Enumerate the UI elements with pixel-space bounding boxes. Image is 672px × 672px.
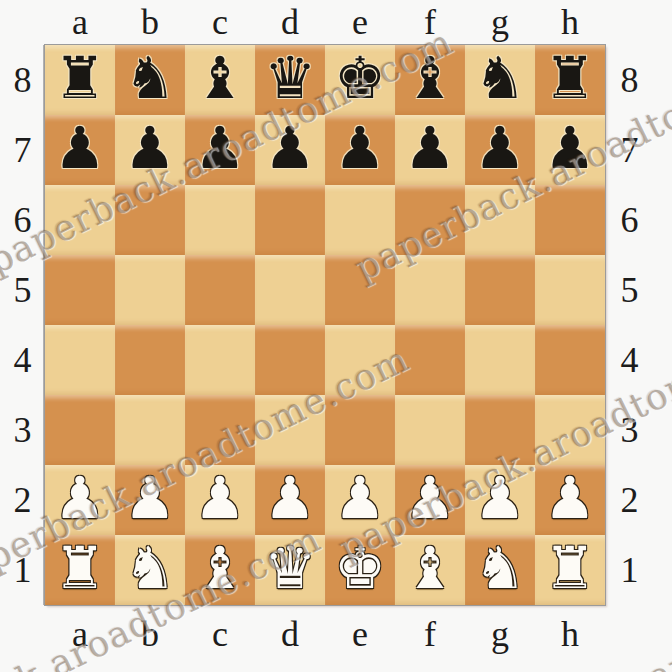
piece-white-king[interactable]: ♚	[334, 539, 386, 597]
square-a7[interactable]: ♟	[45, 115, 115, 185]
rank-label-3: 3	[0, 395, 45, 465]
piece-white-pawn[interactable]: ♟	[544, 469, 596, 527]
square-b4[interactable]	[115, 325, 185, 395]
square-h7[interactable]: ♟	[535, 115, 605, 185]
square-b3[interactable]	[115, 395, 185, 465]
piece-black-bishop[interactable]: ♝	[404, 49, 456, 107]
rank-label-2: 2	[607, 465, 652, 535]
rank-label-4: 4	[607, 325, 652, 395]
file-label-b: b	[115, 0, 185, 45]
square-c4[interactable]	[185, 325, 255, 395]
square-d7[interactable]: ♟	[255, 115, 325, 185]
rank-label-7: 7	[607, 115, 652, 185]
piece-white-pawn[interactable]: ♟	[264, 469, 316, 527]
file-label-b: b	[115, 605, 185, 672]
square-c1[interactable]: ♝	[185, 535, 255, 605]
square-h3[interactable]	[535, 395, 605, 465]
square-g1[interactable]: ♞	[465, 535, 535, 605]
square-b7[interactable]: ♟	[115, 115, 185, 185]
square-c6[interactable]	[185, 185, 255, 255]
piece-black-pawn[interactable]: ♟	[264, 119, 316, 177]
square-a3[interactable]	[45, 395, 115, 465]
piece-black-pawn[interactable]: ♟	[194, 119, 246, 177]
square-f4[interactable]	[395, 325, 465, 395]
square-b2[interactable]: ♟	[115, 465, 185, 535]
square-b8[interactable]: ♞	[115, 45, 185, 115]
rank-label-8: 8	[607, 45, 652, 115]
file-label-a: a	[45, 0, 115, 45]
square-h2[interactable]: ♟	[535, 465, 605, 535]
square-e5[interactable]	[325, 255, 395, 325]
rank-label-1: 1	[0, 535, 45, 605]
piece-black-pawn[interactable]: ♟	[474, 119, 526, 177]
square-d1[interactable]: ♛	[255, 535, 325, 605]
piece-white-pawn[interactable]: ♟	[404, 469, 456, 527]
square-c8[interactable]: ♝	[185, 45, 255, 115]
rank-label-5: 5	[0, 255, 45, 325]
piece-black-pawn[interactable]: ♟	[334, 119, 386, 177]
rank-label-5: 5	[607, 255, 652, 325]
square-d6[interactable]	[255, 185, 325, 255]
square-f7[interactable]: ♟	[395, 115, 465, 185]
piece-white-pawn[interactable]: ♟	[334, 469, 386, 527]
square-f1[interactable]: ♝	[395, 535, 465, 605]
piece-white-knight[interactable]: ♞	[124, 539, 176, 597]
piece-black-rook[interactable]: ♜	[544, 49, 596, 107]
file-label-h: h	[535, 0, 605, 45]
square-h4[interactable]	[535, 325, 605, 395]
square-h5[interactable]	[535, 255, 605, 325]
piece-black-pawn[interactable]: ♟	[404, 119, 456, 177]
square-a2[interactable]: ♟	[45, 465, 115, 535]
file-labels-bottom: abcdefgh	[45, 605, 605, 672]
square-h1[interactable]: ♜	[535, 535, 605, 605]
square-e1[interactable]: ♚	[325, 535, 395, 605]
rank-label-1: 1	[607, 535, 652, 605]
square-b5[interactable]	[115, 255, 185, 325]
square-g6[interactable]	[465, 185, 535, 255]
file-label-e: e	[325, 0, 395, 45]
square-a8[interactable]: ♜	[45, 45, 115, 115]
square-c3[interactable]	[185, 395, 255, 465]
square-d2[interactable]: ♟	[255, 465, 325, 535]
square-a5[interactable]	[45, 255, 115, 325]
square-h6[interactable]	[535, 185, 605, 255]
piece-black-bishop[interactable]: ♝	[194, 49, 246, 107]
piece-black-king[interactable]: ♚	[334, 49, 386, 107]
square-a1[interactable]: ♜	[45, 535, 115, 605]
file-label-c: c	[185, 0, 255, 45]
file-label-a: a	[45, 605, 115, 672]
square-d5[interactable]	[255, 255, 325, 325]
chess-diagram: abcdefgh 87654321 87654321 abcdefgh ♜♞♝♛…	[0, 0, 672, 672]
piece-white-queen[interactable]: ♛	[264, 539, 316, 597]
rank-label-4: 4	[0, 325, 45, 395]
piece-white-knight[interactable]: ♞	[474, 539, 526, 597]
square-c5[interactable]	[185, 255, 255, 325]
square-e3[interactable]	[325, 395, 395, 465]
square-c7[interactable]: ♟	[185, 115, 255, 185]
square-h8[interactable]: ♜	[535, 45, 605, 115]
piece-white-pawn[interactable]: ♟	[194, 469, 246, 527]
rank-label-2: 2	[0, 465, 45, 535]
file-label-g: g	[465, 605, 535, 672]
square-a4[interactable]	[45, 325, 115, 395]
square-c2[interactable]: ♟	[185, 465, 255, 535]
piece-white-pawn[interactable]: ♟	[54, 469, 106, 527]
rank-label-6: 6	[607, 185, 652, 255]
square-g2[interactable]: ♟	[465, 465, 535, 535]
square-g5[interactable]	[465, 255, 535, 325]
rank-label-8: 8	[0, 45, 45, 115]
piece-white-pawn[interactable]: ♟	[124, 469, 176, 527]
rank-labels-left: 87654321	[0, 45, 45, 605]
file-labels-top: abcdefgh	[45, 0, 605, 45]
square-e8[interactable]: ♚	[325, 45, 395, 115]
square-d4[interactable]	[255, 325, 325, 395]
file-label-f: f	[395, 605, 465, 672]
square-e6[interactable]	[325, 185, 395, 255]
piece-black-queen[interactable]: ♛	[264, 49, 316, 107]
rank-label-6: 6	[0, 185, 45, 255]
square-f3[interactable]	[395, 395, 465, 465]
piece-black-knight[interactable]: ♞	[124, 49, 176, 107]
file-label-d: d	[255, 605, 325, 672]
piece-white-bishop[interactable]: ♝	[194, 539, 246, 597]
piece-white-bishop[interactable]: ♝	[404, 539, 456, 597]
piece-black-rook[interactable]: ♜	[54, 49, 106, 107]
piece-black-pawn[interactable]: ♟	[124, 119, 176, 177]
piece-white-pawn[interactable]: ♟	[474, 469, 526, 527]
square-g4[interactable]	[465, 325, 535, 395]
file-label-f: f	[395, 0, 465, 45]
piece-white-rook[interactable]: ♜	[54, 539, 106, 597]
piece-black-pawn[interactable]: ♟	[54, 119, 106, 177]
piece-black-knight[interactable]: ♞	[474, 49, 526, 107]
square-f2[interactable]: ♟	[395, 465, 465, 535]
square-f5[interactable]	[395, 255, 465, 325]
square-g8[interactable]: ♞	[465, 45, 535, 115]
square-e7[interactable]: ♟	[325, 115, 395, 185]
file-label-e: e	[325, 605, 395, 672]
piece-white-rook[interactable]: ♜	[544, 539, 596, 597]
file-label-g: g	[465, 0, 535, 45]
rank-labels-right: 87654321	[607, 45, 652, 605]
square-e2[interactable]: ♟	[325, 465, 395, 535]
piece-black-pawn[interactable]: ♟	[544, 119, 596, 177]
square-d8[interactable]: ♛	[255, 45, 325, 115]
square-g7[interactable]: ♟	[465, 115, 535, 185]
file-label-h: h	[535, 605, 605, 672]
square-b6[interactable]	[115, 185, 185, 255]
square-a6[interactable]	[45, 185, 115, 255]
square-f8[interactable]: ♝	[395, 45, 465, 115]
square-b1[interactable]: ♞	[115, 535, 185, 605]
square-d3[interactable]	[255, 395, 325, 465]
square-f6[interactable]	[395, 185, 465, 255]
rank-label-3: 3	[607, 395, 652, 465]
rank-label-7: 7	[0, 115, 45, 185]
square-e4[interactable]	[325, 325, 395, 395]
square-g3[interactable]	[465, 395, 535, 465]
chess-board: ♜♞♝♛♚♝♞♜♟♟♟♟♟♟♟♟♟♟♟♟♟♟♟♟♜♞♝♛♚♝♞♜	[45, 45, 605, 605]
file-label-c: c	[185, 605, 255, 672]
file-label-d: d	[255, 0, 325, 45]
